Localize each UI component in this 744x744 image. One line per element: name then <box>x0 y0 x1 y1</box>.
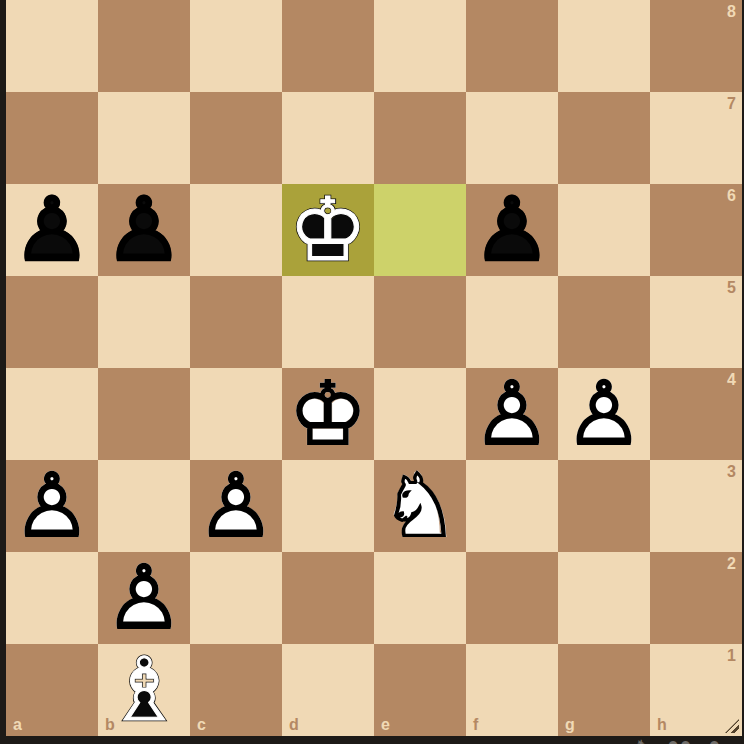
square-c1[interactable]: c <box>190 644 282 736</box>
square-d1[interactable]: d <box>282 644 374 736</box>
rank-label-1: 1 <box>727 648 736 664</box>
square-d4[interactable]: ♚♔ <box>282 368 374 460</box>
square-h3[interactable]: 3 <box>650 460 742 552</box>
piece-black-pawn[interactable]: ♟♙ <box>98 184 190 276</box>
black-bishop-glyph: ♝ <box>98 644 190 736</box>
white-knight-outline: ♘ <box>374 460 466 552</box>
black-king-glyph: ♚ <box>282 184 374 276</box>
square-f8[interactable] <box>466 0 558 92</box>
square-b8[interactable] <box>98 0 190 92</box>
square-f7[interactable] <box>466 92 558 184</box>
chess-board: 87♟♙♟♙♚♔♟♙65♚♔♟♙♟♙4♟♙♟♙♞♘3♟♙2ab♝♗cdefg1h <box>6 0 742 736</box>
square-g3[interactable] <box>558 460 650 552</box>
rank-label-6: 6 <box>727 188 736 204</box>
square-f5[interactable] <box>466 276 558 368</box>
white-pawn-outline: ♙ <box>190 460 282 552</box>
square-c2[interactable] <box>190 552 282 644</box>
square-g2[interactable] <box>558 552 650 644</box>
file-label-f: f <box>473 717 478 733</box>
rank-label-5: 5 <box>727 280 736 296</box>
square-e7[interactable] <box>374 92 466 184</box>
square-a2[interactable] <box>6 552 98 644</box>
rank-label-2: 2 <box>727 556 736 572</box>
square-f4[interactable]: ♟♙ <box>466 368 558 460</box>
piece-black-pawn[interactable]: ♟♙ <box>466 184 558 276</box>
square-b5[interactable] <box>98 276 190 368</box>
file-label-h: h <box>657 717 667 733</box>
square-g6[interactable] <box>558 184 650 276</box>
white-king-outline: ♔ <box>282 368 374 460</box>
black-pawn-outline: ♙ <box>466 184 558 276</box>
square-f1[interactable]: f <box>466 644 558 736</box>
square-g1[interactable]: g <box>558 644 650 736</box>
black-bishop-outline: ♗ <box>98 644 190 736</box>
square-h6[interactable]: 6 <box>650 184 742 276</box>
square-d2[interactable] <box>282 552 374 644</box>
white-pawn-outline: ♙ <box>98 552 190 644</box>
square-e8[interactable] <box>374 0 466 92</box>
square-d6[interactable]: ♚♔ <box>282 184 374 276</box>
piece-black-bishop[interactable]: ♝♗ <box>98 644 190 736</box>
white-pawn-outline: ♙ <box>6 460 98 552</box>
square-c3[interactable]: ♟♙ <box>190 460 282 552</box>
piece-white-pawn[interactable]: ♟♙ <box>98 552 190 644</box>
square-d7[interactable] <box>282 92 374 184</box>
black-pawn-outline: ♙ <box>6 184 98 276</box>
white-pawn-outline: ♙ <box>466 368 558 460</box>
square-a7[interactable] <box>6 92 98 184</box>
square-h2[interactable]: 2 <box>650 552 742 644</box>
dot-icon[interactable]: ● <box>709 739 722 744</box>
square-c4[interactable] <box>190 368 282 460</box>
rank-label-7: 7 <box>727 96 736 112</box>
square-c8[interactable] <box>190 0 282 92</box>
square-g7[interactable] <box>558 92 650 184</box>
square-d8[interactable] <box>282 0 374 92</box>
square-g5[interactable] <box>558 276 650 368</box>
square-a4[interactable] <box>6 368 98 460</box>
black-pawn-glyph: ♟ <box>466 184 558 276</box>
square-b2[interactable]: ♟♙ <box>98 552 190 644</box>
file-label-g: g <box>565 717 575 733</box>
piece-white-pawn[interactable]: ♟♙ <box>466 368 558 460</box>
square-a1[interactable]: a <box>6 644 98 736</box>
square-c6[interactable] <box>190 184 282 276</box>
white-knight-glyph: ♞ <box>374 460 466 552</box>
knight-icon[interactable]: ♞ <box>634 738 652 744</box>
rank-label-8: 8 <box>727 4 736 20</box>
square-a5[interactable] <box>6 276 98 368</box>
file-label-a: a <box>13 717 22 733</box>
dots-icon[interactable]: ●● <box>668 739 693 744</box>
black-pawn-outline: ♙ <box>98 184 190 276</box>
square-h4[interactable]: 4 <box>650 368 742 460</box>
piece-white-pawn[interactable]: ♟♙ <box>6 460 98 552</box>
bottom-bar: ♞●●● <box>0 736 744 744</box>
square-e2[interactable] <box>374 552 466 644</box>
piece-white-pawn[interactable]: ♟♙ <box>190 460 282 552</box>
square-h5[interactable]: 5 <box>650 276 742 368</box>
piece-white-pawn[interactable]: ♟♙ <box>558 368 650 460</box>
square-c7[interactable] <box>190 92 282 184</box>
piece-black-pawn[interactable]: ♟♙ <box>6 184 98 276</box>
square-f2[interactable] <box>466 552 558 644</box>
chess-app-screen: 87♟♙♟♙♚♔♟♙65♚♔♟♙♟♙4♟♙♟♙♞♘3♟♙2ab♝♗cdefg1h… <box>0 0 744 744</box>
square-a6[interactable]: ♟♙ <box>6 184 98 276</box>
square-e6[interactable] <box>374 184 466 276</box>
piece-black-king[interactable]: ♚♔ <box>282 184 374 276</box>
white-pawn-glyph: ♟ <box>466 368 558 460</box>
white-king-glyph: ♚ <box>282 368 374 460</box>
square-b1[interactable]: b♝♗ <box>98 644 190 736</box>
square-a3[interactable]: ♟♙ <box>6 460 98 552</box>
black-king-outline: ♔ <box>282 184 374 276</box>
square-h7[interactable]: 7 <box>650 92 742 184</box>
square-e3[interactable]: ♞♘ <box>374 460 466 552</box>
square-h8[interactable]: 8 <box>650 0 742 92</box>
square-f6[interactable]: ♟♙ <box>466 184 558 276</box>
white-pawn-glyph: ♟ <box>558 368 650 460</box>
file-label-d: d <box>289 717 299 733</box>
piece-white-king[interactable]: ♚♔ <box>282 368 374 460</box>
square-b6[interactable]: ♟♙ <box>98 184 190 276</box>
square-b7[interactable] <box>98 92 190 184</box>
square-g8[interactable] <box>558 0 650 92</box>
square-d5[interactable] <box>282 276 374 368</box>
square-h1[interactable]: 1h <box>650 644 742 736</box>
black-pawn-glyph: ♟ <box>98 184 190 276</box>
file-label-c: c <box>197 717 206 733</box>
square-a8[interactable] <box>6 0 98 92</box>
square-e1[interactable]: e <box>374 644 466 736</box>
rank-label-4: 4 <box>727 372 736 388</box>
square-f3[interactable] <box>466 460 558 552</box>
square-d3[interactable] <box>282 460 374 552</box>
square-e4[interactable] <box>374 368 466 460</box>
file-label-e: e <box>381 717 390 733</box>
black-pawn-glyph: ♟ <box>6 184 98 276</box>
square-g4[interactable]: ♟♙ <box>558 368 650 460</box>
square-e5[interactable] <box>374 276 466 368</box>
square-b3[interactable] <box>98 460 190 552</box>
white-pawn-glyph: ♟ <box>98 552 190 644</box>
square-c5[interactable] <box>190 276 282 368</box>
resize-handle-icon[interactable] <box>725 719 739 733</box>
rank-label-3: 3 <box>727 464 736 480</box>
white-pawn-glyph: ♟ <box>6 460 98 552</box>
white-pawn-outline: ♙ <box>558 368 650 460</box>
white-pawn-glyph: ♟ <box>190 460 282 552</box>
square-b4[interactable] <box>98 368 190 460</box>
piece-white-knight[interactable]: ♞♘ <box>374 460 466 552</box>
